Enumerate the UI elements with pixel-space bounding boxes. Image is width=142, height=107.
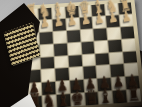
square: ♞ [105, 3, 118, 15]
square [108, 39, 122, 51]
square: ♝ [99, 91, 113, 104]
chess-board-grid: ♜♞♝♚♛♝♞♜♟♟♟♟♟♟♟♟♟♟♟♟♟♟♟♟♜♞♝♚♛♝♞♜ [25, 2, 141, 107]
square [54, 56, 68, 69]
square: ♜ [118, 2, 131, 14]
square: ♟ [126, 76, 140, 89]
square [94, 28, 108, 40]
square: ♛ [78, 5, 91, 17]
square: ♜ [127, 89, 141, 102]
white-king: ♚ [65, 1, 78, 17]
square: ♚ [71, 93, 85, 106]
white-bishop: ♝ [52, 2, 65, 18]
square [67, 30, 80, 42]
square: ♟ [39, 20, 52, 32]
square [80, 29, 93, 41]
square [122, 39, 136, 51]
square: ♟ [93, 16, 106, 28]
square: ♝ [56, 94, 70, 107]
square [109, 52, 123, 65]
square: ♝ [52, 7, 65, 19]
square [55, 68, 69, 81]
square [123, 51, 137, 64]
square: ♟ [106, 15, 120, 27]
square [54, 43, 67, 55]
square [41, 69, 55, 82]
square [83, 66, 97, 79]
square [39, 32, 52, 44]
white-rook: ♜ [118, 0, 131, 14]
square: ♝ [92, 4, 105, 16]
square: ♚ [65, 6, 78, 18]
square [67, 42, 81, 54]
square [53, 31, 66, 43]
square [124, 64, 138, 77]
square [81, 41, 95, 53]
square: ♟ [70, 80, 84, 93]
square: ♟ [84, 79, 98, 92]
square: ♟ [66, 18, 79, 30]
square: ♟ [98, 78, 112, 91]
square [97, 65, 111, 78]
square: ♞ [113, 90, 127, 103]
square: ♟ [120, 14, 134, 26]
square [69, 67, 83, 80]
white-queen: ♛ [78, 0, 91, 16]
square: ♟ [112, 77, 126, 90]
square [111, 64, 125, 77]
square [121, 26, 135, 38]
square [41, 57, 54, 70]
square [40, 44, 53, 56]
square [95, 40, 109, 52]
square [96, 53, 110, 66]
square: ♛ [85, 92, 99, 105]
white-bishop: ♝ [92, 0, 105, 15]
square [68, 55, 82, 68]
square: ♟ [52, 19, 65, 31]
square [82, 54, 96, 67]
square: ♟ [79, 17, 92, 29]
white-knight: ♞ [38, 3, 51, 19]
photo-scene: ♜♞♝♚♛♝♞♜♟♟♟♟♟♟♟♟♟♟♟♟♟♟♟♟♜♞♝♚♛♝♞♜ [0, 0, 142, 107]
white-knight: ♞ [105, 0, 118, 14]
square: ♟ [42, 82, 56, 95]
square [107, 27, 121, 39]
square: ♟ [56, 81, 70, 94]
square: ♞ [42, 95, 56, 107]
square: ♞ [38, 8, 51, 20]
